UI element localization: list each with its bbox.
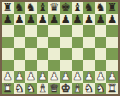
- white-pawn: ♟: [26, 71, 36, 82]
- square-d3[interactable]: [37, 60, 49, 72]
- square-i4[interactable]: [95, 48, 107, 60]
- white-queen: ♛: [49, 83, 59, 94]
- square-c1[interactable]: ♞: [25, 83, 37, 95]
- square-e6[interactable]: [48, 25, 60, 37]
- square-a5[interactable]: [2, 37, 14, 49]
- black-pawn: ♟: [96, 14, 106, 25]
- square-c7[interactable]: ♟: [25, 14, 37, 26]
- square-h8[interactable]: ♞: [83, 2, 95, 14]
- black-rook: ♜: [107, 2, 117, 13]
- square-d5[interactable]: [37, 37, 49, 49]
- black-pawn: ♟: [26, 14, 36, 25]
- square-f3[interactable]: [60, 60, 72, 72]
- square-g8[interactable]: ♝: [72, 2, 84, 14]
- square-i3[interactable]: [95, 60, 107, 72]
- square-c8[interactable]: ♞: [25, 2, 37, 14]
- black-archbishop: ♞: [26, 2, 36, 13]
- white-pawn: ♟: [61, 71, 71, 82]
- square-f8[interactable]: ♚: [60, 2, 72, 14]
- square-f5[interactable]: [60, 37, 72, 49]
- square-c6[interactable]: [25, 25, 37, 37]
- square-e8[interactable]: ♛: [48, 2, 60, 14]
- square-d1[interactable]: ♝: [37, 83, 49, 95]
- square-e4[interactable]: [48, 48, 60, 60]
- black-rook: ♜: [3, 2, 13, 13]
- square-g5[interactable]: [72, 37, 84, 49]
- square-e7[interactable]: ♟: [48, 14, 60, 26]
- white-bishop: ♝: [38, 83, 48, 94]
- square-h3[interactable]: [83, 60, 95, 72]
- square-c4[interactable]: [25, 48, 37, 60]
- square-h6[interactable]: [83, 25, 95, 37]
- square-g7[interactable]: ♟: [72, 14, 84, 26]
- square-j3[interactable]: [106, 60, 118, 72]
- square-j8[interactable]: ♜: [106, 2, 118, 14]
- square-f7[interactable]: ♟: [60, 14, 72, 26]
- black-knight: ♞: [14, 2, 24, 13]
- square-f1[interactable]: ♚: [60, 83, 72, 95]
- square-d7[interactable]: ♟: [37, 14, 49, 26]
- square-e1[interactable]: ♛: [48, 83, 60, 95]
- board-frame: ♜♞♞♝♛♚♝♞♞♜♟♟♟♟♟♟♟♟♟♟♟♟♟♟♟♟♟♟♟♟♜♞♞♝♛♚♝♞♞♜: [0, 0, 120, 96]
- capablanca-board: ♜♞♞♝♛♚♝♞♞♜♟♟♟♟♟♟♟♟♟♟♟♟♟♟♟♟♟♟♟♟♜♞♞♝♛♚♝♞♞♜: [2, 2, 118, 94]
- square-i1[interactable]: ♞: [95, 83, 107, 95]
- square-b8[interactable]: ♞: [14, 2, 26, 14]
- black-pawn: ♟: [84, 14, 94, 25]
- square-b2[interactable]: ♟: [14, 71, 26, 83]
- square-c2[interactable]: ♟: [25, 71, 37, 83]
- white-king: ♚: [61, 83, 71, 94]
- square-f2[interactable]: ♟: [60, 71, 72, 83]
- square-h7[interactable]: ♟: [83, 14, 95, 26]
- black-queen: ♛: [49, 2, 59, 13]
- square-j4[interactable]: [106, 48, 118, 60]
- white-pawn: ♟: [107, 71, 117, 82]
- square-b4[interactable]: [14, 48, 26, 60]
- square-b5[interactable]: [14, 37, 26, 49]
- square-g4[interactable]: [72, 48, 84, 60]
- square-f4[interactable]: [60, 48, 72, 60]
- square-a1[interactable]: ♜: [2, 83, 14, 95]
- black-pawn: ♟: [49, 14, 59, 25]
- white-rook: ♜: [3, 83, 13, 94]
- black-pawn: ♟: [72, 14, 82, 25]
- square-i8[interactable]: ♞: [95, 2, 107, 14]
- square-g3[interactable]: [72, 60, 84, 72]
- square-j1[interactable]: ♜: [106, 83, 118, 95]
- square-b3[interactable]: [14, 60, 26, 72]
- white-pawn: ♟: [38, 71, 48, 82]
- square-j2[interactable]: ♟: [106, 71, 118, 83]
- white-chancellor: ♞: [84, 83, 94, 94]
- square-i5[interactable]: [95, 37, 107, 49]
- square-j7[interactable]: ♟: [106, 14, 118, 26]
- square-e5[interactable]: [48, 37, 60, 49]
- square-d8[interactable]: ♝: [37, 2, 49, 14]
- square-j5[interactable]: [106, 37, 118, 49]
- black-pawn: ♟: [107, 14, 117, 25]
- square-h5[interactable]: [83, 37, 95, 49]
- square-b6[interactable]: [14, 25, 26, 37]
- square-b1[interactable]: ♞: [14, 83, 26, 95]
- white-pawn: ♟: [72, 71, 82, 82]
- square-j6[interactable]: [106, 25, 118, 37]
- square-h2[interactable]: ♟: [83, 71, 95, 83]
- square-g6[interactable]: [72, 25, 84, 37]
- square-f6[interactable]: [60, 25, 72, 37]
- square-b7[interactable]: ♟: [14, 14, 26, 26]
- square-e3[interactable]: [48, 60, 60, 72]
- square-a3[interactable]: [2, 60, 14, 72]
- black-pawn: ♟: [3, 14, 13, 25]
- white-rook: ♜: [107, 83, 117, 94]
- square-c5[interactable]: [25, 37, 37, 49]
- square-h1[interactable]: ♞: [83, 83, 95, 95]
- white-pawn: ♟: [84, 71, 94, 82]
- black-knight: ♞: [96, 2, 106, 13]
- square-a7[interactable]: ♟: [2, 14, 14, 26]
- white-knight: ♞: [14, 83, 24, 94]
- black-pawn: ♟: [61, 14, 71, 25]
- square-c3[interactable]: [25, 60, 37, 72]
- square-i2[interactable]: ♟: [95, 71, 107, 83]
- square-d4[interactable]: [37, 48, 49, 60]
- square-a8[interactable]: ♜: [2, 2, 14, 14]
- square-d2[interactable]: ♟: [37, 71, 49, 83]
- square-a4[interactable]: [2, 48, 14, 60]
- white-bishop: ♝: [72, 83, 82, 94]
- square-a2[interactable]: ♟: [2, 71, 14, 83]
- square-a6[interactable]: [2, 25, 14, 37]
- black-king: ♚: [61, 2, 71, 13]
- square-e2[interactable]: ♟: [48, 71, 60, 83]
- white-pawn: ♟: [96, 71, 106, 82]
- square-g2[interactable]: ♟: [72, 71, 84, 83]
- white-archbishop: ♞: [26, 83, 36, 94]
- white-pawn: ♟: [49, 71, 59, 82]
- white-pawn: ♟: [14, 71, 24, 82]
- white-pawn: ♟: [3, 71, 13, 82]
- square-i7[interactable]: ♟: [95, 14, 107, 26]
- black-chancellor: ♞: [84, 2, 94, 13]
- square-d6[interactable]: [37, 25, 49, 37]
- black-pawn: ♟: [14, 14, 24, 25]
- square-g1[interactable]: ♝: [72, 83, 84, 95]
- square-i6[interactable]: [95, 25, 107, 37]
- black-bishop: ♝: [38, 2, 48, 13]
- black-bishop: ♝: [72, 2, 82, 13]
- black-pawn: ♟: [38, 14, 48, 25]
- square-h4[interactable]: [83, 48, 95, 60]
- white-knight: ♞: [96, 83, 106, 94]
